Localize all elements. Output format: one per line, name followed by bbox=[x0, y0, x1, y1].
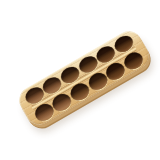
product-photo-scene bbox=[0, 0, 160, 160]
mancala-board bbox=[14, 26, 154, 130]
